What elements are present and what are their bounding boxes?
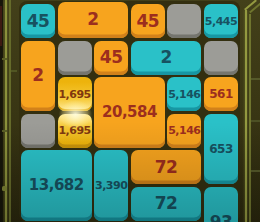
circuit-trace	[244, 0, 257, 11]
game-board[interactable]: 452455,44524521,69520,5845,1465611,6955,…	[21, 4, 238, 222]
tile-72[interactable]: 72	[131, 150, 202, 184]
tile-20584[interactable]: 20,584	[94, 77, 165, 148]
tile-561[interactable]: 561	[204, 77, 238, 111]
circuit-trace	[245, 10, 247, 222]
blocker-tile	[204, 41, 238, 75]
screen-edge-shade	[0, 6, 2, 46]
circuit-trace	[9, 0, 11, 222]
tile-45[interactable]: 45	[131, 4, 165, 38]
tile-value: 45	[100, 49, 123, 66]
tile-653[interactable]: 653	[204, 114, 238, 185]
tile-2[interactable]: 2	[131, 41, 202, 75]
tile-value: 2	[87, 11, 98, 28]
circuit-trace	[2, 130, 7, 132]
screen-edge-shade	[0, 0, 3, 222]
circuit-trace	[249, 3, 260, 13]
tile-45[interactable]: 45	[21, 4, 55, 38]
tile-value: 653	[209, 143, 233, 155]
tile-value: 5,445	[205, 16, 237, 27]
blocker-tile	[58, 41, 92, 75]
tile-value: 72	[155, 159, 178, 176]
tile-1695[interactable]: 1,695	[58, 114, 92, 148]
circuit-trace	[5, 0, 7, 222]
tile-value: 5,146	[168, 89, 200, 100]
blocker-tile	[167, 4, 201, 38]
circuit-trace	[2, 58, 7, 60]
tile-value: 2	[160, 49, 171, 66]
tile-45[interactable]: 45	[94, 41, 128, 75]
tile-value: 2	[32, 67, 43, 84]
tile-value: 13,682	[29, 178, 84, 193]
tile-value: 20,584	[102, 105, 157, 120]
tile-13682[interactable]: 13,682	[21, 150, 92, 221]
game-screen: 452455,44524521,69520,5845,1465611,6955,…	[0, 0, 260, 222]
circuit-trace	[249, 14, 251, 222]
tile-value: 5,146	[168, 125, 200, 136]
circuit-pad	[2, 186, 7, 191]
tile-value: 45	[27, 13, 50, 30]
tile-5146[interactable]: 5,146	[167, 77, 201, 111]
tile-value: 1,695	[58, 89, 90, 100]
tile-2[interactable]: 2	[21, 41, 55, 112]
circuit-trace	[251, 78, 260, 80]
tile-value: 93	[210, 214, 233, 222]
tile-3390[interactable]: 3,390	[94, 150, 128, 221]
tile-2[interactable]: 2	[58, 2, 129, 39]
blocker-tile	[21, 114, 55, 148]
tile-value: 3,390	[95, 180, 127, 191]
tile-5445[interactable]: 5,445	[204, 4, 238, 38]
tile-72[interactable]: 72	[131, 187, 202, 221]
tile-value: 561	[209, 88, 233, 100]
tile-value: 45	[136, 13, 159, 30]
tile-value: 72	[155, 195, 178, 212]
circuit-trace	[11, 70, 17, 72]
tile-1695[interactable]: 1,695	[58, 77, 92, 111]
tile-5146[interactable]: 5,146	[167, 114, 201, 148]
tile-value: 1,695	[58, 125, 90, 136]
circuit-trace	[251, 170, 260, 172]
circuit-trace	[251, 120, 260, 122]
tile-93[interactable]: 93	[204, 187, 238, 222]
